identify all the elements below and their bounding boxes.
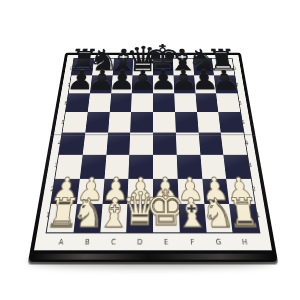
- square-e6[interactable]: [153, 93, 175, 112]
- square-g1[interactable]: ♞: [204, 204, 233, 232]
- square-e2[interactable]: ♟: [153, 178, 178, 204]
- square-e3[interactable]: [153, 155, 177, 179]
- piece-white-pawn-f2[interactable]: ♟: [176, 174, 204, 204]
- rank-label-7: 7: [233, 77, 242, 94]
- rank-label-8: 8: [230, 60, 238, 76]
- square-d4[interactable]: [129, 133, 153, 155]
- square-g5[interactable]: [197, 112, 221, 132]
- square-e8[interactable]: ♚: [153, 59, 173, 76]
- square-f6[interactable]: [174, 93, 197, 112]
- square-g7[interactable]: ♟: [194, 75, 216, 93]
- file-labels: ABCDEFGH: [47, 236, 259, 248]
- square-f4[interactable]: [176, 133, 200, 155]
- square-g6[interactable]: [195, 93, 218, 112]
- file-label-d: D: [127, 237, 153, 246]
- board-face: ♜♞♝♛♚♝♞♜♟♟♟♟♟♟♟♟♟♟♟♟♟♟♟♟♜♞♝♛♚♝♞♜ ABCDEFG…: [34, 55, 272, 250]
- file-label-a: A: [47, 237, 74, 246]
- file-label-h: H: [231, 237, 258, 246]
- square-b7[interactable]: ♟: [90, 75, 112, 93]
- square-g4[interactable]: [198, 133, 223, 155]
- piece-white-pawn-e2[interactable]: ♟: [152, 174, 179, 204]
- square-d5[interactable]: [130, 112, 153, 132]
- square-f5[interactable]: [175, 112, 198, 132]
- square-d2[interactable]: ♟: [128, 178, 153, 204]
- square-b1[interactable]: ♞: [73, 204, 102, 232]
- square-g2[interactable]: ♟: [202, 178, 230, 204]
- square-f7[interactable]: ♟: [173, 75, 195, 93]
- square-e1[interactable]: ♚: [153, 204, 180, 232]
- file-label-g: G: [205, 237, 232, 246]
- square-f1[interactable]: ♝: [178, 204, 206, 232]
- file-label-b: B: [74, 237, 101, 246]
- square-c1[interactable]: ♝: [100, 204, 128, 232]
- square-d3[interactable]: [129, 155, 153, 179]
- square-c6[interactable]: [109, 93, 132, 112]
- square-c2[interactable]: ♟: [102, 178, 128, 204]
- square-b5[interactable]: [85, 112, 109, 132]
- square-b4[interactable]: [82, 133, 107, 155]
- square-g8[interactable]: ♞: [192, 59, 214, 76]
- square-e7[interactable]: ♟: [153, 75, 174, 93]
- square-b8[interactable]: ♞: [92, 59, 114, 76]
- chess-set-photo: ♜♞♝♛♚♝♞♜♟♟♟♟♟♟♟♟♟♟♟♟♟♟♟♟♜♞♝♛♚♝♞♜ ABCDEFG…: [0, 0, 300, 300]
- square-f3[interactable]: [177, 155, 202, 179]
- file-label-f: F: [179, 237, 206, 246]
- chess-board: ♜♞♝♛♚♝♞♜♟♟♟♟♟♟♟♟♟♟♟♟♟♟♟♟♜♞♝♛♚♝♞♜ ABCDEFG…: [28, 53, 278, 262]
- board-grid: ♜♞♝♛♚♝♞♜♟♟♟♟♟♟♟♟♟♟♟♟♟♟♟♟♜♞♝♛♚♝♞♜: [46, 58, 261, 233]
- square-d7[interactable]: ♟: [132, 75, 153, 93]
- file-label-c: C: [100, 237, 127, 246]
- piece-white-pawn-d2[interactable]: ♟: [127, 174, 154, 204]
- square-d8[interactable]: ♛: [133, 59, 153, 76]
- frame-gloss-highlight: [31, 254, 274, 260]
- square-d1[interactable]: ♛: [126, 204, 153, 232]
- square-c7[interactable]: ♟: [111, 75, 133, 93]
- square-e5[interactable]: [153, 112, 176, 132]
- square-c8[interactable]: ♝: [112, 59, 133, 76]
- square-c3[interactable]: [104, 155, 129, 179]
- board-frame: ♜♞♝♛♚♝♞♜♟♟♟♟♟♟♟♟♟♟♟♟♟♟♟♟♜♞♝♛♚♝♞♜ ABCDEFG…: [28, 53, 278, 262]
- file-label-e: E: [153, 237, 179, 246]
- square-f8[interactable]: ♝: [173, 59, 194, 76]
- square-c5[interactable]: [108, 112, 131, 132]
- square-b6[interactable]: [88, 93, 111, 112]
- square-d6[interactable]: [131, 93, 153, 112]
- square-g3[interactable]: [200, 155, 226, 179]
- square-b3[interactable]: [80, 155, 106, 179]
- square-f2[interactable]: ♟: [177, 178, 203, 204]
- piece-white-pawn-c2[interactable]: ♟: [101, 174, 129, 204]
- square-c4[interactable]: [106, 133, 130, 155]
- piece-white-pawn-b2[interactable]: ♟: [76, 174, 105, 204]
- square-e4[interactable]: [153, 133, 177, 155]
- square-b2[interactable]: ♟: [77, 178, 105, 204]
